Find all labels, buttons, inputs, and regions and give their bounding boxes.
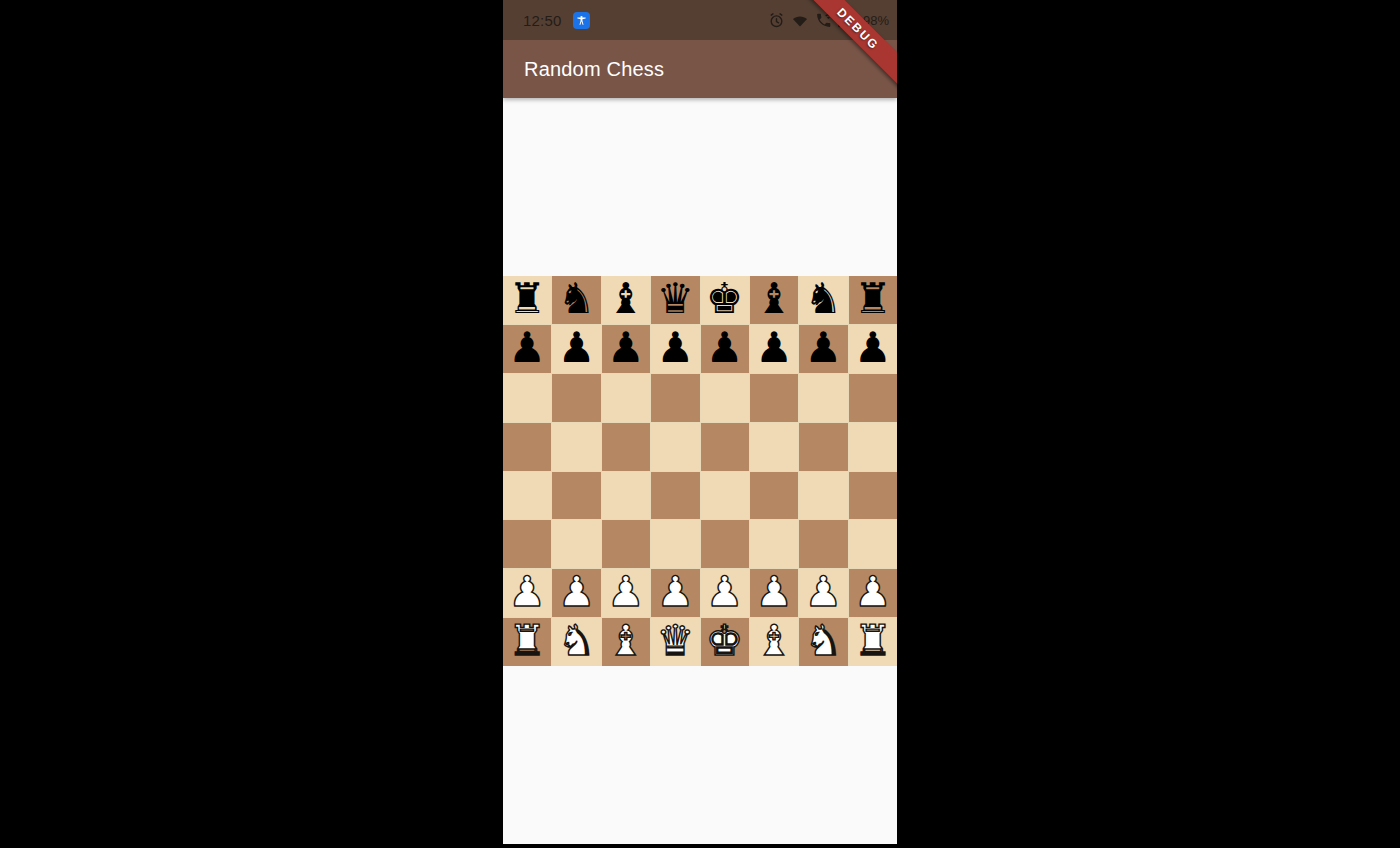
square-c2[interactable]: ♟ [602,569,650,617]
square-d8[interactable]: ♛ [651,276,699,324]
piece-white-bishop: ♝ [755,620,793,662]
square-b1[interactable]: ♞ [552,618,600,666]
square-e5[interactable] [701,423,749,471]
square-c8[interactable]: ♝ [602,276,650,324]
piece-white-knight: ♞ [805,620,843,662]
content-area: ♜♞♝♛♚♝♞♜♟♟♟♟♟♟♟♟♟♟♟♟♟♟♟♟♜♞♝♛♚♝♞♜ [503,98,897,844]
square-e6[interactable] [701,374,749,422]
piece-black-bishop: ♝ [607,278,645,320]
square-c5[interactable] [602,423,650,471]
square-e3[interactable] [701,520,749,568]
square-g1[interactable]: ♞ [799,618,847,666]
square-f6[interactable] [750,374,798,422]
square-h4[interactable] [849,472,897,520]
alarm-icon [768,12,785,29]
square-c6[interactable] [602,374,650,422]
square-c7[interactable]: ♟ [602,325,650,373]
square-f4[interactable] [750,472,798,520]
piece-white-rook: ♜ [854,620,892,662]
square-e2[interactable]: ♟ [701,569,749,617]
square-b8[interactable]: ♞ [552,276,600,324]
square-h2[interactable]: ♟ [849,569,897,617]
square-f3[interactable] [750,520,798,568]
wifi-icon [791,12,809,28]
square-a8[interactable]: ♜ [503,276,551,324]
square-b3[interactable] [552,520,600,568]
piece-black-pawn: ♟ [706,327,744,369]
status-bar: 12:50 [503,0,897,40]
piece-white-pawn: ♟ [607,571,645,613]
square-h8[interactable]: ♜ [849,276,897,324]
square-h7[interactable]: ♟ [849,325,897,373]
square-f5[interactable] [750,423,798,471]
square-g8[interactable]: ♞ [799,276,847,324]
square-e1[interactable]: ♚ [701,618,749,666]
square-b2[interactable]: ♟ [552,569,600,617]
piece-white-pawn: ♟ [755,571,793,613]
square-a3[interactable] [503,520,551,568]
square-f8[interactable]: ♝ [750,276,798,324]
square-h3[interactable] [849,520,897,568]
piece-white-king: ♚ [706,620,744,662]
square-b7[interactable]: ♟ [552,325,600,373]
square-d4[interactable] [651,472,699,520]
piece-black-bishop: ♝ [755,278,793,320]
piece-white-rook: ♜ [508,620,546,662]
piece-white-pawn: ♟ [656,571,694,613]
square-h1[interactable]: ♜ [849,618,897,666]
square-e7[interactable]: ♟ [701,325,749,373]
piece-black-pawn: ♟ [607,327,645,369]
square-a6[interactable] [503,374,551,422]
piece-white-pawn: ♟ [558,571,596,613]
square-e4[interactable] [701,472,749,520]
piece-black-knight: ♞ [558,278,596,320]
piece-black-rook: ♜ [854,278,892,320]
square-g4[interactable] [799,472,847,520]
square-e8[interactable]: ♚ [701,276,749,324]
piece-black-pawn: ♟ [755,327,793,369]
square-d1[interactable]: ♛ [651,618,699,666]
square-d7[interactable]: ♟ [651,325,699,373]
square-a4[interactable] [503,472,551,520]
square-c3[interactable] [602,520,650,568]
piece-black-pawn: ♟ [854,327,892,369]
piece-black-pawn: ♟ [805,327,843,369]
square-f1[interactable]: ♝ [750,618,798,666]
square-d6[interactable] [651,374,699,422]
piece-black-queen: ♛ [656,278,694,320]
status-time: 12:50 [523,12,562,29]
square-h6[interactable] [849,374,897,422]
piece-white-bishop: ♝ [607,620,645,662]
square-g7[interactable]: ♟ [799,325,847,373]
square-h5[interactable] [849,423,897,471]
piece-black-knight: ♞ [805,278,843,320]
phone-frame: 12:50 [0,0,1400,848]
square-c4[interactable] [602,472,650,520]
square-f7[interactable]: ♟ [750,325,798,373]
piece-white-pawn: ♟ [706,571,744,613]
page-title: Random Chess [524,58,664,81]
app-bar: Random Chess [503,40,897,98]
piece-black-pawn: ♟ [656,327,694,369]
piece-white-pawn: ♟ [508,571,546,613]
square-a5[interactable] [503,423,551,471]
square-g5[interactable] [799,423,847,471]
square-b5[interactable] [552,423,600,471]
piece-white-pawn: ♟ [854,571,892,613]
piece-black-pawn: ♟ [508,327,546,369]
piece-black-king: ♚ [706,278,744,320]
chess-board: ♜♞♝♛♚♝♞♜♟♟♟♟♟♟♟♟♟♟♟♟♟♟♟♟♜♞♝♛♚♝♞♜ [503,276,897,666]
wifi-calling-icon [815,12,832,29]
battery-percent: 98% [863,13,889,28]
square-d5[interactable] [651,423,699,471]
square-b4[interactable] [552,472,600,520]
square-d2[interactable]: ♟ [651,569,699,617]
accessibility-shortcut-icon [573,12,590,29]
square-d3[interactable] [651,520,699,568]
square-a1[interactable]: ♜ [503,618,551,666]
square-a2[interactable]: ♟ [503,569,551,617]
square-b6[interactable] [552,374,600,422]
square-a7[interactable]: ♟ [503,325,551,373]
piece-black-rook: ♜ [508,278,546,320]
cellular-signal-icon [838,13,855,28]
piece-black-pawn: ♟ [558,327,596,369]
piece-white-queen: ♛ [656,620,694,662]
square-f2[interactable]: ♟ [750,569,798,617]
square-g2[interactable]: ♟ [799,569,847,617]
status-icon-cluster: 98% [768,12,889,29]
piece-white-knight: ♞ [558,620,596,662]
square-c1[interactable]: ♝ [602,618,650,666]
square-g3[interactable] [799,520,847,568]
app-screen: 12:50 [503,0,897,844]
square-g6[interactable] [799,374,847,422]
piece-white-pawn: ♟ [805,571,843,613]
